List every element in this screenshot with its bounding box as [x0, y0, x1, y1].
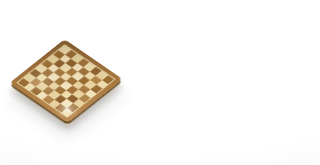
- chess-board: [9, 39, 122, 123]
- board-field: [17, 44, 116, 117]
- product-photo: [0, 0, 132, 165]
